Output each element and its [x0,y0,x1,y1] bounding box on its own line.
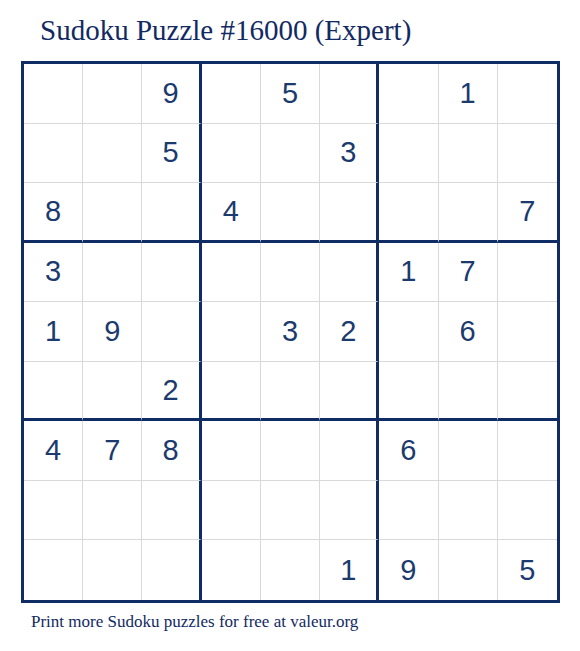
cell-r5c6-given: 2 [320,302,379,362]
cell-r2c9-empty[interactable] [498,124,557,184]
cell-r1c6-empty[interactable] [320,64,379,124]
cell-r7c5-empty[interactable] [261,421,320,481]
cell-r6c6-empty[interactable] [320,362,379,422]
cell-r2c3-given: 5 [142,124,201,184]
cell-r6c8-empty[interactable] [439,362,498,422]
cell-r5c3-empty[interactable] [142,302,201,362]
cell-r8c3-empty[interactable] [142,481,201,541]
cell-r5c5-given: 3 [261,302,320,362]
cell-r2c4-empty[interactable] [202,124,261,184]
cell-r9c6-given: 1 [320,540,379,600]
cell-r3c5-empty[interactable] [261,183,320,243]
cell-r6c9-empty[interactable] [498,362,557,422]
cell-r2c5-empty[interactable] [261,124,320,184]
cell-r1c8-given: 1 [439,64,498,124]
cell-r5c4-empty[interactable] [202,302,261,362]
cell-r9c2-empty[interactable] [83,540,142,600]
cell-r3c4-given: 4 [202,183,261,243]
cell-r8c2-empty[interactable] [83,481,142,541]
cell-r3c1-given: 8 [24,183,83,243]
cell-r1c2-empty[interactable] [83,64,142,124]
cell-r7c4-empty[interactable] [202,421,261,481]
cell-r8c8-empty[interactable] [439,481,498,541]
cell-r7c9-empty[interactable] [498,421,557,481]
cell-r1c1-empty[interactable] [24,64,83,124]
cell-r1c9-empty[interactable] [498,64,557,124]
cell-r1c3-given: 9 [142,64,201,124]
cell-r8c1-empty[interactable] [24,481,83,541]
cell-r7c1-given: 4 [24,421,83,481]
cell-r4c1-given: 3 [24,243,83,303]
cell-r4c9-empty[interactable] [498,243,557,303]
cell-r3c7-empty[interactable] [379,183,438,243]
cell-r2c2-empty[interactable] [83,124,142,184]
cell-r5c2-given: 9 [83,302,142,362]
cell-r6c7-empty[interactable] [379,362,438,422]
footer-text: Print more Sudoku puzzles for free at va… [31,612,358,632]
cell-r4c2-empty[interactable] [83,243,142,303]
cell-r5c7-empty[interactable] [379,302,438,362]
cell-r6c5-empty[interactable] [261,362,320,422]
cell-r3c3-empty[interactable] [142,183,201,243]
cell-r1c4-empty[interactable] [202,64,261,124]
cell-r4c5-empty[interactable] [261,243,320,303]
cell-r4c6-empty[interactable] [320,243,379,303]
cell-r9c1-empty[interactable] [24,540,83,600]
cell-r9c4-empty[interactable] [202,540,261,600]
cell-r7c7-given: 6 [379,421,438,481]
cell-r3c8-empty[interactable] [439,183,498,243]
cell-r8c5-empty[interactable] [261,481,320,541]
cell-r6c1-empty[interactable] [24,362,83,422]
cell-r5c9-empty[interactable] [498,302,557,362]
cell-r3c6-empty[interactable] [320,183,379,243]
cell-r9c7-given: 9 [379,540,438,600]
cell-r4c7-given: 1 [379,243,438,303]
cell-r9c3-empty[interactable] [142,540,201,600]
cell-r2c7-empty[interactable] [379,124,438,184]
cell-r4c3-empty[interactable] [142,243,201,303]
cell-r1c5-given: 5 [261,64,320,124]
cell-r8c4-empty[interactable] [202,481,261,541]
page-title: Sudoku Puzzle #16000 (Expert) [40,14,411,47]
cell-r7c2-given: 7 [83,421,142,481]
cell-r5c8-given: 6 [439,302,498,362]
cell-r3c2-empty[interactable] [83,183,142,243]
cell-r6c4-empty[interactable] [202,362,261,422]
cell-r9c9-given: 5 [498,540,557,600]
cell-r4c4-empty[interactable] [202,243,261,303]
cell-r8c9-empty[interactable] [498,481,557,541]
cell-r8c7-empty[interactable] [379,481,438,541]
cell-r2c6-given: 3 [320,124,379,184]
sudoku-board: 951538473171932624786195 [21,61,560,603]
cell-r2c8-empty[interactable] [439,124,498,184]
cell-r7c8-empty[interactable] [439,421,498,481]
cell-r4c8-given: 7 [439,243,498,303]
cell-r7c6-empty[interactable] [320,421,379,481]
cell-r6c2-empty[interactable] [83,362,142,422]
cell-r9c5-empty[interactable] [261,540,320,600]
cell-r5c1-given: 1 [24,302,83,362]
cell-r3c9-given: 7 [498,183,557,243]
cell-r7c3-given: 8 [142,421,201,481]
sudoku-page: Sudoku Puzzle #16000 (Expert) 9515384731… [0,0,580,651]
cell-r9c8-empty[interactable] [439,540,498,600]
cell-r6c3-given: 2 [142,362,201,422]
cell-r2c1-empty[interactable] [24,124,83,184]
cell-r1c7-empty[interactable] [379,64,438,124]
cell-r8c6-empty[interactable] [320,481,379,541]
